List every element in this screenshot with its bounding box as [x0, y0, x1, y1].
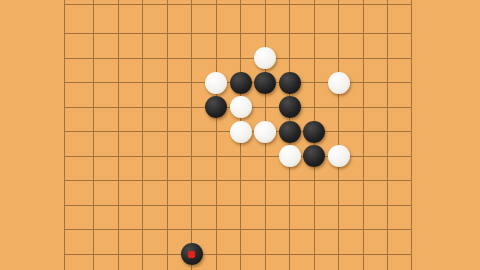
board-cell[interactable]: [338, 131, 363, 156]
board-cell[interactable]: [314, 107, 339, 132]
board-cell[interactable]: [191, 254, 216, 270]
board-cell[interactable]: [240, 156, 265, 181]
board-cell[interactable]: [338, 4, 363, 33]
board-cell[interactable]: [191, 229, 216, 254]
board-cell[interactable]: [363, 229, 388, 254]
board-cell[interactable]: [167, 82, 192, 107]
board-cell[interactable]: [142, 82, 167, 107]
board-cell[interactable]: [289, 4, 314, 33]
board-cell[interactable]: [93, 33, 118, 58]
gomoku-board[interactable]: [64, 0, 412, 270]
board-cell[interactable]: [265, 205, 290, 230]
board-cell[interactable]: [216, 254, 241, 270]
board-cell[interactable]: [167, 156, 192, 181]
board-cell[interactable]: [314, 205, 339, 230]
board-cell[interactable]: [93, 107, 118, 132]
board-cell[interactable]: [118, 107, 143, 132]
board-cell[interactable]: [289, 205, 314, 230]
board-cell[interactable]: [363, 156, 388, 181]
board-cell[interactable]: [314, 131, 339, 156]
board-cell[interactable]: [64, 205, 93, 230]
board-cell[interactable]: [93, 82, 118, 107]
board-cell[interactable]: [118, 205, 143, 230]
board-cell[interactable]: [64, 58, 93, 83]
board-cell[interactable]: [64, 180, 93, 205]
board-cell[interactable]: [216, 131, 241, 156]
board-cell[interactable]: [167, 254, 192, 270]
board-cell[interactable]: [216, 4, 241, 33]
board-cell[interactable]: [387, 107, 412, 132]
board-cell[interactable]: [387, 229, 412, 254]
board-cell[interactable]: [289, 131, 314, 156]
board-cell[interactable]: [265, 58, 290, 83]
board-cell[interactable]: [289, 254, 314, 270]
board-cell[interactable]: [265, 4, 290, 33]
board-cell[interactable]: [64, 156, 93, 181]
board-cell[interactable]: [289, 33, 314, 58]
board-cell[interactable]: [118, 229, 143, 254]
board-cell[interactable]: [118, 180, 143, 205]
board-cell[interactable]: [142, 107, 167, 132]
board-cell[interactable]: [387, 180, 412, 205]
board-cell[interactable]: [363, 4, 388, 33]
board-cell[interactable]: [167, 180, 192, 205]
board-cell[interactable]: [338, 33, 363, 58]
board-cell[interactable]: [216, 180, 241, 205]
board-cell[interactable]: [314, 156, 339, 181]
board-cell[interactable]: [64, 131, 93, 156]
board-cell[interactable]: [167, 4, 192, 33]
board-cell[interactable]: [387, 131, 412, 156]
board-cell[interactable]: [363, 205, 388, 230]
board-cell[interactable]: [118, 131, 143, 156]
board-cell[interactable]: [191, 4, 216, 33]
board-cell[interactable]: [142, 156, 167, 181]
board-cell[interactable]: [240, 254, 265, 270]
board-cell[interactable]: [64, 254, 93, 270]
board-cell[interactable]: [314, 58, 339, 83]
board-cell[interactable]: [93, 58, 118, 83]
board-cell[interactable]: [387, 82, 412, 107]
board-cell[interactable]: [93, 229, 118, 254]
board-cell[interactable]: [167, 107, 192, 132]
board-cell[interactable]: [387, 58, 412, 83]
board-cell[interactable]: [387, 205, 412, 230]
board-cell[interactable]: [191, 107, 216, 132]
board-cell[interactable]: [240, 107, 265, 132]
board-cell[interactable]: [289, 82, 314, 107]
board-cell[interactable]: [142, 58, 167, 83]
board-cell[interactable]: [338, 180, 363, 205]
board-cell[interactable]: [363, 131, 388, 156]
board-cell[interactable]: [240, 4, 265, 33]
board-cell[interactable]: [314, 254, 339, 270]
board-cell[interactable]: [289, 107, 314, 132]
board-cell[interactable]: [191, 131, 216, 156]
board-cell[interactable]: [118, 254, 143, 270]
board-cell[interactable]: [338, 254, 363, 270]
board-cell[interactable]: [216, 156, 241, 181]
board-cell[interactable]: [289, 229, 314, 254]
board-cell[interactable]: [118, 4, 143, 33]
board-cell[interactable]: [240, 205, 265, 230]
board-cell[interactable]: [338, 229, 363, 254]
board-cell[interactable]: [363, 254, 388, 270]
board-cell[interactable]: [191, 58, 216, 83]
board-cell[interactable]: [265, 33, 290, 58]
board-cell[interactable]: [191, 205, 216, 230]
board-cell[interactable]: [64, 107, 93, 132]
board-cell[interactable]: [64, 4, 93, 33]
board-cell[interactable]: [338, 82, 363, 107]
board-cell[interactable]: [64, 229, 93, 254]
board-cell[interactable]: [93, 254, 118, 270]
board-cell[interactable]: [240, 82, 265, 107]
board-cell[interactable]: [167, 229, 192, 254]
board-cell[interactable]: [216, 58, 241, 83]
board-cell[interactable]: [142, 131, 167, 156]
board-cell[interactable]: [191, 82, 216, 107]
board-cell[interactable]: [240, 58, 265, 83]
board-cell[interactable]: [314, 229, 339, 254]
board-cell[interactable]: [338, 156, 363, 181]
board-cell[interactable]: [167, 33, 192, 58]
board-cell[interactable]: [265, 131, 290, 156]
board-cell[interactable]: [314, 33, 339, 58]
board-cell[interactable]: [118, 33, 143, 58]
board-cell[interactable]: [240, 229, 265, 254]
board-cell[interactable]: [387, 156, 412, 181]
board-cell[interactable]: [314, 180, 339, 205]
board-cell[interactable]: [265, 82, 290, 107]
board-cell[interactable]: [387, 33, 412, 58]
board-cell[interactable]: [142, 4, 167, 33]
board-cell[interactable]: [93, 156, 118, 181]
board-cell[interactable]: [289, 156, 314, 181]
board-cell[interactable]: [314, 4, 339, 33]
board-cell[interactable]: [142, 205, 167, 230]
board-cell[interactable]: [167, 131, 192, 156]
board-cell[interactable]: [93, 131, 118, 156]
board-cell[interactable]: [289, 180, 314, 205]
board-cell[interactable]: [363, 180, 388, 205]
board-cell[interactable]: [265, 107, 290, 132]
board-cell[interactable]: [216, 33, 241, 58]
board-cell[interactable]: [93, 180, 118, 205]
board-cell[interactable]: [118, 156, 143, 181]
board-cell[interactable]: [265, 156, 290, 181]
board-cell[interactable]: [265, 254, 290, 270]
board-cell[interactable]: [64, 33, 93, 58]
board-cell[interactable]: [363, 58, 388, 83]
board-cell[interactable]: [216, 82, 241, 107]
board-cell[interactable]: [338, 58, 363, 83]
board-cell[interactable]: [314, 82, 339, 107]
board-cell[interactable]: [265, 229, 290, 254]
board-cell[interactable]: [240, 131, 265, 156]
board-cell[interactable]: [142, 180, 167, 205]
board-cell[interactable]: [64, 82, 93, 107]
board-cell[interactable]: [363, 82, 388, 107]
board-cell[interactable]: [387, 4, 412, 33]
board-cell[interactable]: [142, 33, 167, 58]
board-cell[interactable]: [387, 254, 412, 270]
board-cell[interactable]: [191, 33, 216, 58]
board-cell[interactable]: [265, 180, 290, 205]
board-cell[interactable]: [240, 180, 265, 205]
board-cell[interactable]: [191, 156, 216, 181]
board-cell[interactable]: [167, 58, 192, 83]
board-cell[interactable]: [216, 205, 241, 230]
board-cell[interactable]: [338, 107, 363, 132]
board-cell[interactable]: [191, 180, 216, 205]
board-cell[interactable]: [142, 229, 167, 254]
board-cell[interactable]: [363, 33, 388, 58]
board-cell[interactable]: [167, 205, 192, 230]
app-background: [0, 0, 480, 270]
board-cell[interactable]: [216, 107, 241, 132]
board-cell[interactable]: [118, 58, 143, 83]
board-cell[interactable]: [93, 205, 118, 230]
board-cell[interactable]: [118, 82, 143, 107]
board-cell[interactable]: [93, 4, 118, 33]
board-cell[interactable]: [338, 205, 363, 230]
board-cell[interactable]: [240, 33, 265, 58]
board-cell[interactable]: [289, 58, 314, 83]
board-cell[interactable]: [216, 229, 241, 254]
board-cell[interactable]: [363, 107, 388, 132]
board-cell[interactable]: [142, 254, 167, 270]
